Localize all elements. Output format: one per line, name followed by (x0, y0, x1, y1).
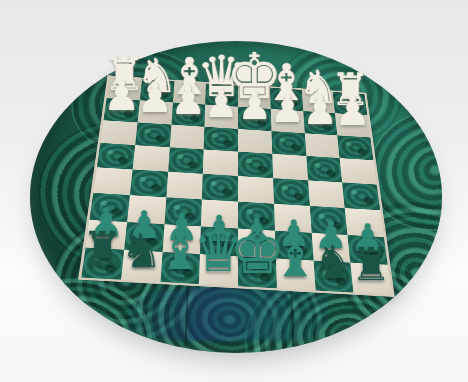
square-e3 (238, 201, 275, 230)
square-a4 (93, 167, 132, 195)
product-photo: ♜♞♝♛♚♝♞♜♟♟♟♟♟♟♟♟♟♟♟♟♟♟♟♟♜♞♝♛♚♝♞♜ (0, 0, 468, 382)
square-h1 (351, 263, 392, 295)
square-b2 (124, 222, 164, 252)
square-c5 (168, 147, 204, 173)
square-f2 (275, 230, 313, 260)
square-h4 (342, 182, 380, 210)
square-d8 (205, 83, 238, 106)
square-a8 (107, 77, 142, 100)
malachite-blue-band (112, 287, 359, 340)
square-d5 (203, 150, 238, 176)
square-g8 (301, 90, 335, 113)
square-g4 (308, 180, 345, 208)
square-g1 (313, 261, 353, 293)
square-e4 (238, 176, 274, 204)
square-b6 (135, 122, 171, 147)
square-b7 (137, 100, 172, 124)
square-e6 (238, 129, 272, 154)
square-c7 (171, 102, 205, 126)
square-f4 (273, 178, 310, 206)
square-h2 (348, 235, 388, 265)
square-e7 (238, 107, 271, 131)
square-d2 (200, 226, 238, 256)
square-h7 (335, 113, 370, 137)
square-e5 (238, 152, 273, 178)
square-f1 (276, 259, 316, 291)
square-c3 (164, 197, 202, 226)
square-a5 (97, 143, 135, 169)
square-g7 (303, 111, 338, 135)
square-g6 (304, 133, 339, 158)
square-g5 (306, 156, 342, 182)
square-f7 (271, 109, 305, 133)
square-d1 (199, 254, 238, 286)
square-f6 (271, 131, 306, 156)
square-e1 (238, 256, 277, 288)
square-a6 (100, 120, 137, 145)
square-g2 (311, 233, 350, 263)
square-h8 (333, 92, 367, 115)
square-b1 (121, 250, 162, 282)
square-h3 (345, 208, 384, 237)
square-a3 (90, 193, 130, 222)
square-d4 (202, 174, 238, 202)
square-c8 (173, 81, 207, 104)
square-b8 (140, 79, 174, 102)
square-f3 (274, 204, 311, 233)
square-c6 (169, 124, 204, 149)
square-f5 (272, 154, 308, 180)
square-a1 (81, 248, 124, 280)
square-c1 (160, 252, 200, 284)
square-a2 (86, 220, 127, 250)
square-e8 (238, 86, 271, 109)
square-d3 (201, 199, 238, 228)
square-d7 (205, 104, 238, 128)
chess-board-grid (78, 75, 395, 297)
square-b3 (127, 195, 166, 224)
square-b4 (130, 169, 168, 197)
square-e2 (238, 228, 276, 258)
square-d6 (204, 127, 238, 152)
square-h6 (337, 135, 373, 160)
square-b5 (132, 145, 169, 171)
square-f8 (270, 88, 303, 111)
square-a7 (104, 98, 140, 122)
square-h5 (340, 158, 377, 184)
square-g3 (309, 206, 347, 235)
square-c2 (162, 224, 201, 254)
square-c4 (166, 172, 203, 200)
